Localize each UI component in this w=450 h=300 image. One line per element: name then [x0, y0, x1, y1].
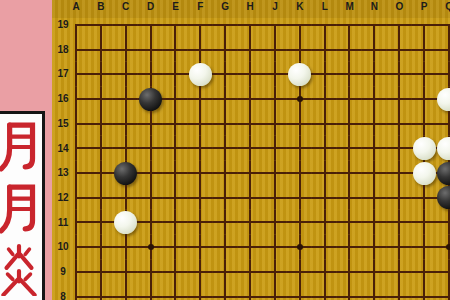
- intersection-K15[interactable]: [287, 111, 312, 136]
- star-point-D10: [148, 244, 154, 250]
- column-label-L: L: [322, 2, 328, 12]
- intersection-K18[interactable]: [287, 37, 312, 62]
- intersection-E14[interactable]: [163, 136, 188, 161]
- column-label-O: O: [395, 2, 403, 12]
- white-stone-Q14: [437, 137, 450, 160]
- intersection-F14[interactable]: [188, 136, 213, 161]
- column-label-P: P: [421, 2, 428, 12]
- intersection-E19[interactable]: [163, 13, 188, 38]
- intersection-Q11[interactable]: [436, 210, 450, 235]
- intersection-A16[interactable]: [64, 87, 89, 112]
- intersection-K19[interactable]: [287, 13, 312, 38]
- intersection-N8[interactable]: [362, 284, 387, 300]
- intersection-E9[interactable]: [163, 260, 188, 285]
- intersection-A12[interactable]: [64, 185, 89, 210]
- intersection-H13[interactable]: [238, 161, 263, 186]
- intersection-N15[interactable]: [362, 111, 387, 136]
- intersection-O14[interactable]: [387, 136, 412, 161]
- star-point-K10: [297, 244, 303, 250]
- intersection-G16[interactable]: [213, 87, 238, 112]
- intersection-H14[interactable]: [238, 136, 263, 161]
- intersection-F19[interactable]: [188, 13, 213, 38]
- intersection-P12[interactable]: [412, 185, 437, 210]
- intersection-N9[interactable]: [362, 260, 387, 285]
- intersection-K8[interactable]: [287, 284, 312, 300]
- white-stone-C11: [114, 211, 137, 234]
- signboard: [0, 111, 45, 300]
- intersection-G11[interactable]: [213, 210, 238, 235]
- intersection-A17[interactable]: [64, 62, 89, 87]
- intersection-C11[interactable]: [113, 210, 138, 235]
- intersection-L16[interactable]: [312, 87, 337, 112]
- intersection-A18[interactable]: [64, 37, 89, 62]
- intersection-Q8[interactable]: [436, 284, 450, 300]
- intersection-B13[interactable]: [88, 161, 113, 186]
- intersection-K17[interactable]: [287, 62, 312, 87]
- column-label-C: C: [122, 2, 129, 12]
- intersection-B14[interactable]: [88, 136, 113, 161]
- intersection-E18[interactable]: [163, 37, 188, 62]
- intersection-N17[interactable]: [362, 62, 387, 87]
- intersection-D9[interactable]: [138, 260, 163, 285]
- intersection-D16[interactable]: [138, 87, 163, 112]
- cjk-glyph-flame: [0, 244, 40, 296]
- column-label-D: D: [147, 2, 154, 12]
- intersection-O17[interactable]: [387, 62, 412, 87]
- intersection-J19[interactable]: [262, 13, 287, 38]
- intersection-C15[interactable]: [113, 111, 138, 136]
- white-stone-Q16: [437, 88, 450, 111]
- black-stone-C13: [114, 162, 137, 185]
- intersection-H9[interactable]: [238, 260, 263, 285]
- intersection-M9[interactable]: [337, 260, 362, 285]
- intersection-F11[interactable]: [188, 210, 213, 235]
- intersection-J10[interactable]: [262, 235, 287, 260]
- intersection-C9[interactable]: [113, 260, 138, 285]
- intersection-J12[interactable]: [262, 185, 287, 210]
- intersection-C16[interactable]: [113, 87, 138, 112]
- intersection-O8[interactable]: [387, 284, 412, 300]
- intersection-F17[interactable]: [188, 62, 213, 87]
- column-label-M: M: [345, 2, 353, 12]
- intersection-P9[interactable]: [412, 260, 437, 285]
- intersection-B12[interactable]: [88, 185, 113, 210]
- intersection-P14[interactable]: [412, 136, 437, 161]
- intersection-O19[interactable]: [387, 13, 412, 38]
- intersection-K14[interactable]: [287, 136, 312, 161]
- intersection-P16[interactable]: [412, 87, 437, 112]
- intersection-G8[interactable]: [213, 284, 238, 300]
- intersection-P18[interactable]: [412, 37, 437, 62]
- intersection-Q16[interactable]: [436, 87, 450, 112]
- intersection-D14[interactable]: [138, 136, 163, 161]
- intersection-B11[interactable]: [88, 210, 113, 235]
- white-stone-P13: [413, 162, 436, 185]
- column-label-K: K: [296, 2, 303, 12]
- cjk-glyph-moon-1: [0, 120, 40, 172]
- intersection-Q17[interactable]: [436, 62, 450, 87]
- intersection-D11[interactable]: [138, 210, 163, 235]
- intersection-N12[interactable]: [362, 185, 387, 210]
- intersection-A10[interactable]: [64, 235, 89, 260]
- board-grid: [64, 13, 450, 300]
- intersection-J8[interactable]: [262, 284, 287, 300]
- intersection-Q14[interactable]: [436, 136, 450, 161]
- intersection-Q9[interactable]: [436, 260, 450, 285]
- intersection-B10[interactable]: [88, 235, 113, 260]
- intersection-D13[interactable]: [138, 161, 163, 186]
- intersection-J16[interactable]: [262, 87, 287, 112]
- intersection-K13[interactable]: [287, 161, 312, 186]
- intersection-G10[interactable]: [213, 235, 238, 260]
- intersection-P17[interactable]: [412, 62, 437, 87]
- intersection-M11[interactable]: [337, 210, 362, 235]
- intersection-L18[interactable]: [312, 37, 337, 62]
- intersection-D18[interactable]: [138, 37, 163, 62]
- column-label-B: B: [97, 2, 104, 12]
- intersection-A11[interactable]: [64, 210, 89, 235]
- intersection-H17[interactable]: [238, 62, 263, 87]
- intersection-J15[interactable]: [262, 111, 287, 136]
- intersection-N18[interactable]: [362, 37, 387, 62]
- intersection-L9[interactable]: [312, 260, 337, 285]
- intersection-D8[interactable]: [138, 284, 163, 300]
- intersection-P10[interactable]: [412, 235, 437, 260]
- intersection-Q10[interactable]: [436, 235, 450, 260]
- intersection-C17[interactable]: [113, 62, 138, 87]
- intersection-D12[interactable]: [138, 185, 163, 210]
- sidebar: [0, 0, 52, 300]
- intersection-E8[interactable]: [163, 284, 188, 300]
- intersection-E15[interactable]: [163, 111, 188, 136]
- intersection-M18[interactable]: [337, 37, 362, 62]
- column-label-A: A: [72, 2, 79, 12]
- intersection-F10[interactable]: [188, 235, 213, 260]
- column-label-N: N: [371, 2, 378, 12]
- intersection-K16[interactable]: [287, 87, 312, 112]
- intersection-K11[interactable]: [287, 210, 312, 235]
- intersection-D17[interactable]: [138, 62, 163, 87]
- intersection-J17[interactable]: [262, 62, 287, 87]
- intersection-P19[interactable]: [412, 13, 437, 38]
- intersection-N19[interactable]: [362, 13, 387, 38]
- intersection-N13[interactable]: [362, 161, 387, 186]
- intersection-G13[interactable]: [213, 161, 238, 186]
- intersection-N10[interactable]: [362, 235, 387, 260]
- white-stone-K17: [288, 63, 311, 86]
- intersection-L14[interactable]: [312, 136, 337, 161]
- intersection-J9[interactable]: [262, 260, 287, 285]
- intersection-E16[interactable]: [163, 87, 188, 112]
- intersection-J13[interactable]: [262, 161, 287, 186]
- column-label-J: J: [272, 2, 278, 12]
- intersection-F12[interactable]: [188, 185, 213, 210]
- intersection-C10[interactable]: [113, 235, 138, 260]
- screenshot-stage: ABCDEFGHJKLMNOPQ1918171615141312111098: [0, 0, 450, 300]
- intersection-M12[interactable]: [337, 185, 362, 210]
- intersection-K12[interactable]: [287, 185, 312, 210]
- intersection-E11[interactable]: [163, 210, 188, 235]
- intersection-O9[interactable]: [387, 260, 412, 285]
- intersection-L19[interactable]: [312, 13, 337, 38]
- intersection-M13[interactable]: [337, 161, 362, 186]
- intersection-M8[interactable]: [337, 284, 362, 300]
- intersection-A15[interactable]: [64, 111, 89, 136]
- intersection-B17[interactable]: [88, 62, 113, 87]
- intersection-G18[interactable]: [213, 37, 238, 62]
- intersection-L12[interactable]: [312, 185, 337, 210]
- intersection-H18[interactable]: [238, 37, 263, 62]
- intersection-F15[interactable]: [188, 111, 213, 136]
- intersection-H11[interactable]: [238, 210, 263, 235]
- intersection-M10[interactable]: [337, 235, 362, 260]
- intersection-E13[interactable]: [163, 161, 188, 186]
- intersection-P8[interactable]: [412, 284, 437, 300]
- intersection-M17[interactable]: [337, 62, 362, 87]
- intersection-A14[interactable]: [64, 136, 89, 161]
- intersection-C19[interactable]: [113, 13, 138, 38]
- intersection-L8[interactable]: [312, 284, 337, 300]
- intersection-O15[interactable]: [387, 111, 412, 136]
- intersection-P13[interactable]: [412, 161, 437, 186]
- intersection-C8[interactable]: [113, 284, 138, 300]
- intersection-O13[interactable]: [387, 161, 412, 186]
- intersection-G12[interactable]: [213, 185, 238, 210]
- intersection-A9[interactable]: [64, 260, 89, 285]
- intersection-C14[interactable]: [113, 136, 138, 161]
- intersection-L10[interactable]: [312, 235, 337, 260]
- intersection-G15[interactable]: [213, 111, 238, 136]
- column-label-E: E: [172, 2, 179, 12]
- cjk-glyph-moon-2: [0, 182, 40, 234]
- intersection-D10[interactable]: [138, 235, 163, 260]
- white-stone-P14: [413, 137, 436, 160]
- intersection-H16[interactable]: [238, 87, 263, 112]
- intersection-B8[interactable]: [88, 284, 113, 300]
- intersection-J11[interactable]: [262, 210, 287, 235]
- intersection-H10[interactable]: [238, 235, 263, 260]
- intersection-Q13[interactable]: [436, 161, 450, 186]
- intersection-O10[interactable]: [387, 235, 412, 260]
- intersection-L15[interactable]: [312, 111, 337, 136]
- intersection-B18[interactable]: [88, 37, 113, 62]
- intersection-B19[interactable]: [88, 13, 113, 38]
- intersection-J18[interactable]: [262, 37, 287, 62]
- intersection-J14[interactable]: [262, 136, 287, 161]
- intersection-N16[interactable]: [362, 87, 387, 112]
- intersection-G9[interactable]: [213, 260, 238, 285]
- intersection-H8[interactable]: [238, 284, 263, 300]
- black-stone-Q13: [437, 162, 450, 185]
- intersection-M14[interactable]: [337, 136, 362, 161]
- intersection-B16[interactable]: [88, 87, 113, 112]
- column-label-Q: Q: [445, 2, 450, 12]
- intersection-D15[interactable]: [138, 111, 163, 136]
- intersection-Q18[interactable]: [436, 37, 450, 62]
- intersection-C13[interactable]: [113, 161, 138, 186]
- intersection-E10[interactable]: [163, 235, 188, 260]
- intersection-F16[interactable]: [188, 87, 213, 112]
- star-point-K16: [297, 96, 303, 102]
- intersection-A19[interactable]: [64, 13, 89, 38]
- intersection-F8[interactable]: [188, 284, 213, 300]
- intersection-M15[interactable]: [337, 111, 362, 136]
- intersection-M16[interactable]: [337, 87, 362, 112]
- intersection-N14[interactable]: [362, 136, 387, 161]
- intersection-O16[interactable]: [387, 87, 412, 112]
- intersection-G14[interactable]: [213, 136, 238, 161]
- intersection-Q12[interactable]: [436, 185, 450, 210]
- intersection-A8[interactable]: [64, 284, 89, 300]
- intersection-Q15[interactable]: [436, 111, 450, 136]
- intersection-F13[interactable]: [188, 161, 213, 186]
- column-label-G: G: [221, 2, 229, 12]
- column-label-H: H: [246, 2, 253, 12]
- intersection-F9[interactable]: [188, 260, 213, 285]
- intersection-B15[interactable]: [88, 111, 113, 136]
- intersection-G19[interactable]: [213, 13, 238, 38]
- intersection-H12[interactable]: [238, 185, 263, 210]
- intersection-G17[interactable]: [213, 62, 238, 87]
- intersection-L17[interactable]: [312, 62, 337, 87]
- intersection-L13[interactable]: [312, 161, 337, 186]
- intersection-O12[interactable]: [387, 185, 412, 210]
- black-stone-Q12: [437, 186, 450, 209]
- intersection-M19[interactable]: [337, 13, 362, 38]
- intersection-A13[interactable]: [64, 161, 89, 186]
- intersection-O11[interactable]: [387, 210, 412, 235]
- intersection-N11[interactable]: [362, 210, 387, 235]
- go-board: ABCDEFGHJKLMNOPQ1918171615141312111098: [52, 0, 450, 300]
- column-label-F: F: [197, 2, 203, 12]
- intersection-P11[interactable]: [412, 210, 437, 235]
- intersection-D19[interactable]: [138, 13, 163, 38]
- intersection-L11[interactable]: [312, 210, 337, 235]
- intersection-K9[interactable]: [287, 260, 312, 285]
- intersection-E12[interactable]: [163, 185, 188, 210]
- black-stone-D16: [139, 88, 162, 111]
- intersection-H15[interactable]: [238, 111, 263, 136]
- intersection-K10[interactable]: [287, 235, 312, 260]
- intersection-C18[interactable]: [113, 37, 138, 62]
- star-point-Q10: [446, 244, 450, 250]
- intersection-O18[interactable]: [387, 37, 412, 62]
- intersection-F18[interactable]: [188, 37, 213, 62]
- intersection-H19[interactable]: [238, 13, 263, 38]
- intersection-B9[interactable]: [88, 260, 113, 285]
- intersection-P15[interactable]: [412, 111, 437, 136]
- intersection-E17[interactable]: [163, 62, 188, 87]
- white-stone-F17: [189, 63, 212, 86]
- intersection-C12[interactable]: [113, 185, 138, 210]
- intersection-Q19[interactable]: [436, 13, 450, 38]
